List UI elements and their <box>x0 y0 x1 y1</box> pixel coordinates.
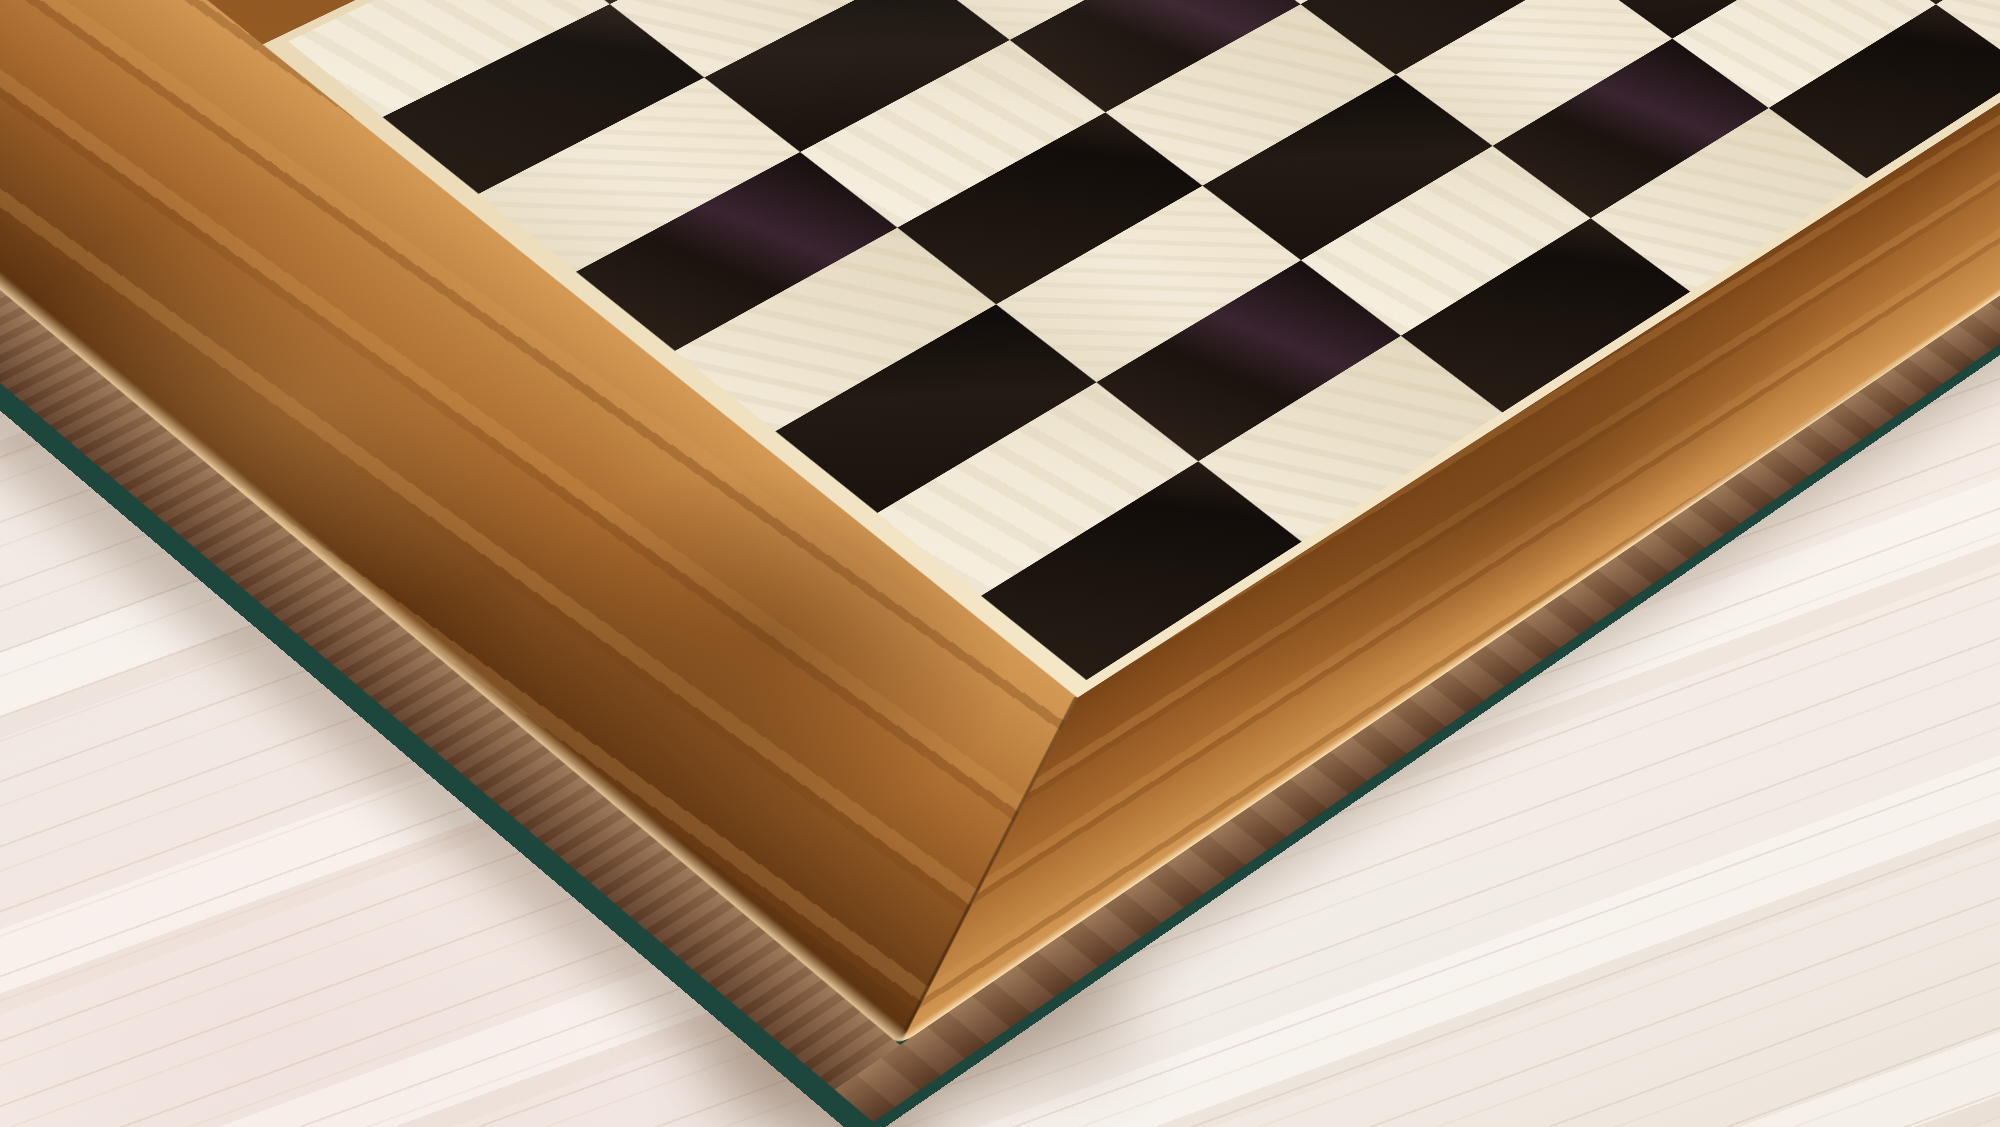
scene <box>0 0 2000 1127</box>
